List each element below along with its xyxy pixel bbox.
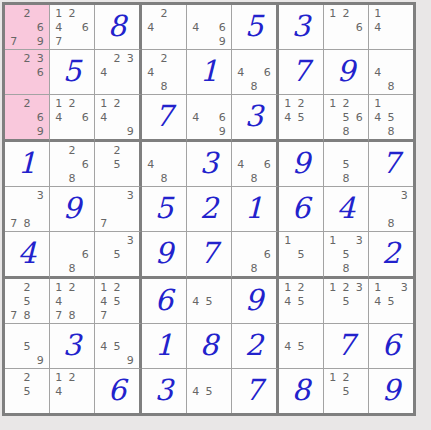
- candidate-8: 8: [247, 79, 260, 93]
- candidate-slot-empty: [79, 280, 92, 294]
- candidate-2: 2: [294, 280, 307, 294]
- cell-r1c9[interactable]: 14: [369, 5, 413, 50]
- candidate-slot-empty: [124, 308, 137, 322]
- candidate-slot-empty: [65, 398, 78, 412]
- candidate-slot-empty: [189, 34, 202, 48]
- candidate-slot-empty: [110, 171, 123, 185]
- candidate-2: 2: [20, 280, 33, 294]
- candidate-slot-empty: [20, 79, 33, 93]
- candidate-slot-empty: [261, 51, 274, 65]
- candidate-slot-empty: [353, 261, 366, 275]
- cell-value: 9: [245, 286, 263, 315]
- cell-r2c7[interactable]: 7: [279, 50, 324, 95]
- candidate-slot-empty: [144, 51, 157, 65]
- candidate-slot-empty: [65, 20, 78, 34]
- cell-r8c8[interactable]: 7: [324, 324, 369, 369]
- cell-r5c7[interactable]: 6: [279, 187, 324, 232]
- candidate-slot-empty: [124, 280, 137, 294]
- cell-r5c8[interactable]: 4: [324, 187, 369, 232]
- candidate-3: 3: [124, 188, 137, 202]
- cell-r2c2[interactable]: 5: [50, 50, 95, 95]
- candidate-grid: 248: [142, 50, 186, 94]
- cell-value: 8: [200, 331, 218, 360]
- cell-r8c9[interactable]: 6: [369, 324, 413, 369]
- candidate-slot-empty: [216, 370, 229, 384]
- candidate-slot-empty: [353, 398, 366, 412]
- candidate-8: 8: [65, 261, 78, 275]
- cell-r6c8[interactable]: 1358: [324, 232, 369, 279]
- candidate-slot-empty: [189, 308, 202, 322]
- candidate-slot-empty: [157, 34, 170, 48]
- cell-r9c6[interactable]: 7: [232, 369, 279, 413]
- candidate-slot-empty: [398, 6, 411, 20]
- cell-r1c5[interactable]: 469: [187, 5, 232, 50]
- cell-r8c2[interactable]: 3: [50, 324, 95, 369]
- candidate-slot-empty: [353, 96, 366, 110]
- candidate-grid: 459: [95, 324, 139, 368]
- candidate-grid: 1245: [279, 279, 323, 323]
- candidate-slot-empty: [247, 247, 260, 261]
- cell-r9c5[interactable]: 45: [187, 369, 232, 413]
- cell-r4c8[interactable]: 58: [324, 142, 369, 187]
- candidate-slot-empty: [79, 143, 92, 157]
- candidate-4: 4: [371, 65, 384, 79]
- candidate-slot-empty: [202, 370, 215, 384]
- candidate-2: 2: [339, 280, 352, 294]
- candidate-slot-empty: [308, 308, 321, 322]
- candidate-1: 1: [281, 280, 294, 294]
- candidate-1: 1: [97, 96, 110, 110]
- cell-r5c3[interactable]: 37: [95, 187, 142, 232]
- cell-r6c1[interactable]: 4: [5, 232, 50, 279]
- candidate-slot-empty: [157, 65, 170, 79]
- cell-r8c7[interactable]: 45: [279, 324, 324, 369]
- candidate-1: 1: [281, 96, 294, 110]
- cell-r5c9[interactable]: 38: [369, 187, 413, 232]
- candidate-3: 3: [353, 233, 366, 247]
- candidate-5: 5: [384, 294, 397, 308]
- candidate-slot-empty: [97, 171, 110, 185]
- cell-r3c5[interactable]: 469: [187, 95, 232, 142]
- candidate-slot-empty: [371, 202, 384, 216]
- candidate-slot-empty: [52, 261, 65, 275]
- cell-r7c2[interactable]: 12478: [50, 279, 95, 324]
- candidate-slot-empty: [7, 384, 20, 398]
- cell-value: 6: [155, 286, 173, 315]
- candidate-slot-empty: [65, 34, 78, 48]
- candidate-slot-empty: [124, 157, 137, 171]
- candidate-slot-empty: [34, 398, 47, 412]
- candidate-slot-empty: [326, 171, 339, 185]
- cell-r3c7[interactable]: 1245: [279, 95, 324, 142]
- candidate-slot-empty: [216, 398, 229, 412]
- cell-value: 5: [155, 194, 173, 223]
- candidate-1: 1: [326, 96, 339, 110]
- candidate-4: 4: [97, 294, 110, 308]
- cell-r4c2[interactable]: 268: [50, 142, 95, 187]
- cell-r3c1[interactable]: 269: [5, 95, 50, 142]
- candidate-slot-empty: [52, 143, 65, 157]
- candidate-slot-empty: [202, 96, 215, 110]
- candidate-slot-empty: [281, 261, 294, 275]
- candidate-slot-empty: [7, 202, 20, 216]
- candidate-grid: 45: [187, 279, 231, 323]
- candidate-slot-empty: [202, 308, 215, 322]
- candidate-slot-empty: [339, 233, 352, 247]
- cell-r6c2[interactable]: 68: [50, 232, 95, 279]
- candidate-4: 4: [371, 110, 384, 124]
- cell-r9c1[interactable]: 25: [5, 369, 50, 413]
- candidate-slot-empty: [110, 110, 123, 124]
- candidate-5: 5: [294, 339, 307, 353]
- cell-r5c4[interactable]: 5: [142, 187, 187, 232]
- candidate-slot-empty: [20, 110, 33, 124]
- cell-r8c3[interactable]: 459: [95, 324, 142, 369]
- candidate-slot-empty: [20, 188, 33, 202]
- candidate-slot-empty: [398, 202, 411, 216]
- candidate-slot-empty: [371, 79, 384, 93]
- candidate-5: 5: [384, 110, 397, 124]
- cell-r6c6[interactable]: 68: [232, 232, 279, 279]
- candidate-slot-empty: [144, 79, 157, 93]
- candidate-4: 4: [52, 20, 65, 34]
- candidate-slot-empty: [79, 294, 92, 308]
- candidate-grid: 1246: [50, 95, 94, 139]
- candidate-slot-empty: [234, 143, 247, 157]
- cell-r4c9[interactable]: 7: [369, 142, 413, 187]
- candidate-grid: 1235: [324, 279, 368, 323]
- cell-value: 5: [245, 12, 263, 41]
- candidate-slot-empty: [202, 110, 215, 124]
- cell-r8c4[interactable]: 1: [142, 324, 187, 369]
- cell-r7c8[interactable]: 1235: [324, 279, 369, 324]
- candidate-slot-empty: [371, 308, 384, 322]
- cell-r7c7[interactable]: 1245: [279, 279, 324, 324]
- candidate-slot-empty: [189, 96, 202, 110]
- candidate-7: 7: [7, 34, 20, 48]
- candidate-slot-empty: [326, 384, 339, 398]
- candidate-slot-empty: [234, 51, 247, 65]
- candidate-slot-empty: [202, 398, 215, 412]
- cell-r4c3[interactable]: 25: [95, 142, 142, 187]
- cell-r9c4[interactable]: 3: [142, 369, 187, 413]
- candidate-7: 7: [97, 216, 110, 230]
- candidate-grid: 468: [232, 50, 276, 94]
- candidate-slot-empty: [97, 202, 110, 216]
- candidate-3: 3: [398, 188, 411, 202]
- candidate-8: 8: [65, 171, 78, 185]
- candidate-slot-empty: [97, 188, 110, 202]
- cell-r7c9[interactable]: 1345: [369, 279, 413, 324]
- candidate-7: 7: [97, 308, 110, 322]
- cell-r6c7[interactable]: 15: [279, 232, 324, 279]
- candidate-slot-empty: [65, 384, 78, 398]
- candidate-6: 6: [79, 110, 92, 124]
- candidate-slot-empty: [216, 294, 229, 308]
- candidate-slot-empty: [398, 65, 411, 79]
- candidate-8: 8: [247, 261, 260, 275]
- candidate-slot-empty: [353, 294, 366, 308]
- candidate-slot-empty: [20, 398, 33, 412]
- cell-r8c6[interactable]: 2: [232, 324, 279, 369]
- cell-r9c2[interactable]: 124: [50, 369, 95, 413]
- candidate-slot-empty: [353, 247, 366, 261]
- cell-value: 8: [108, 12, 126, 41]
- cell-r1c4[interactable]: 24: [142, 5, 187, 50]
- candidate-slot-empty: [34, 216, 47, 230]
- candidate-4: 4: [234, 65, 247, 79]
- cell-r7c6[interactable]: 9: [232, 279, 279, 324]
- candidate-slot-empty: [384, 308, 397, 322]
- candidate-grid: 234: [95, 50, 139, 94]
- candidate-slot-empty: [308, 325, 321, 339]
- cell-r2c9[interactable]: 48: [369, 50, 413, 95]
- candidate-6: 6: [216, 110, 229, 124]
- candidate-slot-empty: [247, 233, 260, 247]
- cell-r3c8[interactable]: 12568: [324, 95, 369, 142]
- candidate-9: 9: [34, 34, 47, 48]
- candidate-1: 1: [281, 233, 294, 247]
- cell-r2c1[interactable]: 236: [5, 50, 50, 95]
- candidate-slot-empty: [65, 110, 78, 124]
- candidate-slot-empty: [234, 233, 247, 247]
- candidate-grid: 2679: [5, 5, 49, 49]
- candidate-5: 5: [294, 294, 307, 308]
- candidate-4: 4: [281, 294, 294, 308]
- candidate-slot-empty: [339, 20, 352, 34]
- cell-r1c6[interactable]: 5: [232, 5, 279, 50]
- cell-r7c4[interactable]: 6: [142, 279, 187, 324]
- cell-r8c5[interactable]: 8: [187, 324, 232, 369]
- candidate-slot-empty: [202, 124, 215, 138]
- candidate-slot-empty: [326, 247, 339, 261]
- candidate-6: 6: [79, 20, 92, 34]
- candidate-slot-empty: [7, 188, 20, 202]
- candidate-slot-empty: [34, 6, 47, 20]
- candidate-grid: 1358: [324, 232, 368, 276]
- candidate-slot-empty: [157, 143, 170, 157]
- candidate-8: 8: [157, 171, 170, 185]
- candidate-2: 2: [20, 370, 33, 384]
- candidate-2: 2: [110, 280, 123, 294]
- cell-value: 3: [200, 149, 218, 178]
- candidate-grid: 12568: [324, 95, 368, 139]
- candidate-slot-empty: [79, 384, 92, 398]
- cell-r6c5[interactable]: 7: [187, 232, 232, 279]
- cell-r4c1[interactable]: 1: [5, 142, 50, 187]
- cell-r2c4[interactable]: 248: [142, 50, 187, 95]
- candidate-slot-empty: [79, 171, 92, 185]
- candidate-slot-empty: [384, 96, 397, 110]
- cell-r6c9[interactable]: 2: [369, 232, 413, 279]
- candidate-slot-empty: [326, 20, 339, 34]
- candidate-slot-empty: [171, 6, 184, 20]
- candidate-slot-empty: [308, 280, 321, 294]
- candidate-slot-empty: [110, 124, 123, 138]
- candidate-slot-empty: [247, 157, 260, 171]
- candidate-6: 6: [79, 157, 92, 171]
- candidate-slot-empty: [326, 308, 339, 322]
- cell-r2c8[interactable]: 9: [324, 50, 369, 95]
- candidate-slot-empty: [34, 339, 47, 353]
- candidate-4: 4: [189, 20, 202, 34]
- cell-r3c3[interactable]: 1249: [95, 95, 142, 142]
- cell-value: 6: [108, 376, 126, 405]
- candidate-slot-empty: [157, 20, 170, 34]
- cell-r2c6[interactable]: 468: [232, 50, 279, 95]
- candidate-slot-empty: [110, 216, 123, 230]
- candidate-slot-empty: [110, 325, 123, 339]
- cell-value: 3: [63, 331, 81, 360]
- candidate-slot-empty: [384, 280, 397, 294]
- cell-value: 7: [337, 331, 355, 360]
- candidate-slot-empty: [281, 353, 294, 367]
- cell-r9c3[interactable]: 6: [95, 369, 142, 413]
- candidate-8: 8: [384, 79, 397, 93]
- candidate-4: 4: [371, 294, 384, 308]
- candidate-slot-empty: [7, 294, 20, 308]
- cell-r1c2[interactable]: 12467: [50, 5, 95, 50]
- candidate-grid: 14: [369, 5, 413, 49]
- cell-r9c8[interactable]: 125: [324, 369, 369, 413]
- cell-r6c3[interactable]: 35: [95, 232, 142, 279]
- cell-r4c7[interactable]: 9: [279, 142, 324, 187]
- candidate-slot-empty: [294, 261, 307, 275]
- cell-value: 4: [18, 239, 36, 268]
- candidate-slot-empty: [326, 110, 339, 124]
- candidate-slot-empty: [7, 398, 20, 412]
- candidate-5: 5: [20, 384, 33, 398]
- cell-r5c1[interactable]: 378: [5, 187, 50, 232]
- cell-r4c4[interactable]: 48: [142, 142, 187, 187]
- candidate-4: 4: [144, 65, 157, 79]
- cell-r6c4[interactable]: 9: [142, 232, 187, 279]
- candidate-slot-empty: [20, 124, 33, 138]
- cell-r5c2[interactable]: 9: [50, 187, 95, 232]
- cell-r4c6[interactable]: 468: [232, 142, 279, 187]
- candidate-slot-empty: [79, 233, 92, 247]
- candidate-5: 5: [20, 294, 33, 308]
- cell-r5c6[interactable]: 1: [232, 187, 279, 232]
- candidate-1: 1: [371, 6, 384, 20]
- candidate-slot-empty: [124, 294, 137, 308]
- cell-r7c1[interactable]: 2578: [5, 279, 50, 324]
- candidate-slot-empty: [171, 65, 184, 79]
- candidate-slot-empty: [144, 143, 157, 157]
- candidate-grid: 268: [50, 142, 94, 186]
- candidate-8: 8: [384, 124, 397, 138]
- cell-value: 6: [382, 331, 400, 360]
- candidate-slot-empty: [124, 325, 137, 339]
- candidate-grid: 378: [5, 187, 49, 231]
- candidate-grid: 1458: [369, 95, 413, 139]
- candidate-grid: 1245: [279, 95, 323, 139]
- cell-value: 7: [245, 376, 263, 405]
- candidate-slot-empty: [110, 233, 123, 247]
- candidate-grid: 59: [5, 324, 49, 368]
- candidate-slot-empty: [216, 96, 229, 110]
- candidate-slot-empty: [7, 65, 20, 79]
- candidate-slot-empty: [97, 51, 110, 65]
- cell-r9c7[interactable]: 8: [279, 369, 324, 413]
- candidate-slot-empty: [247, 65, 260, 79]
- candidate-grid: 236: [5, 50, 49, 94]
- candidate-grid: 1345: [369, 279, 413, 323]
- candidate-grid: 269: [5, 95, 49, 139]
- candidate-grid: 58: [324, 142, 368, 186]
- candidate-slot-empty: [326, 157, 339, 171]
- candidate-slot-empty: [353, 370, 366, 384]
- candidate-2: 2: [65, 143, 78, 157]
- candidate-2: 2: [65, 370, 78, 384]
- cell-r9c9[interactable]: 9: [369, 369, 413, 413]
- candidate-grid: 15: [279, 232, 323, 276]
- cell-r5c5[interactable]: 2: [187, 187, 232, 232]
- candidate-slot-empty: [189, 370, 202, 384]
- candidate-5: 5: [339, 294, 352, 308]
- cell-r1c3[interactable]: 8: [95, 5, 142, 50]
- cell-r8c1[interactable]: 59: [5, 324, 50, 369]
- candidate-6: 6: [79, 247, 92, 261]
- cell-r4c5[interactable]: 3: [187, 142, 232, 187]
- cell-r2c5[interactable]: 1: [187, 50, 232, 95]
- cell-r2c3[interactable]: 234: [95, 50, 142, 95]
- candidate-2: 2: [110, 143, 123, 157]
- candidate-5: 5: [294, 110, 307, 124]
- candidate-slot-empty: [202, 20, 215, 34]
- candidate-slot-empty: [124, 79, 137, 93]
- cell-value: 6: [292, 194, 310, 223]
- candidate-slot-empty: [189, 398, 202, 412]
- candidate-slot-empty: [7, 20, 20, 34]
- candidate-slot-empty: [294, 124, 307, 138]
- candidate-8: 8: [384, 216, 397, 230]
- candidate-5: 5: [339, 247, 352, 261]
- candidate-slot-empty: [371, 124, 384, 138]
- cell-r7c3[interactable]: 12457: [95, 279, 142, 324]
- candidate-slot-empty: [171, 143, 184, 157]
- candidate-slot-empty: [157, 157, 170, 171]
- candidate-9: 9: [124, 353, 137, 367]
- cell-r3c6[interactable]: 3: [232, 95, 279, 142]
- cell-r1c1[interactable]: 2679: [5, 5, 50, 50]
- cell-r3c2[interactable]: 1246: [50, 95, 95, 142]
- candidate-3: 3: [398, 280, 411, 294]
- candidate-5: 5: [294, 247, 307, 261]
- cell-r1c7[interactable]: 3: [279, 5, 324, 50]
- cell-r1c8[interactable]: 126: [324, 5, 369, 50]
- cell-r3c9[interactable]: 1458: [369, 95, 413, 142]
- candidate-slot-empty: [34, 202, 47, 216]
- candidate-4: 4: [97, 110, 110, 124]
- candidate-slot-empty: [110, 79, 123, 93]
- candidate-1: 1: [371, 280, 384, 294]
- candidate-slot-empty: [144, 171, 157, 185]
- cell-value: 9: [155, 239, 173, 268]
- candidate-slot-empty: [79, 308, 92, 322]
- cell-value: 1: [155, 331, 173, 360]
- candidate-slot-empty: [171, 20, 184, 34]
- candidate-1: 1: [52, 6, 65, 20]
- candidate-4: 4: [52, 294, 65, 308]
- candidate-slot-empty: [124, 110, 137, 124]
- cell-r7c5[interactable]: 45: [187, 279, 232, 324]
- candidate-grid: 125: [324, 369, 368, 413]
- candidate-slot-empty: [171, 34, 184, 48]
- sudoku-board: 2679124678244695312614236523424814687948…: [2, 2, 416, 416]
- cell-r3c4[interactable]: 7: [142, 95, 187, 142]
- candidate-slot-empty: [7, 353, 20, 367]
